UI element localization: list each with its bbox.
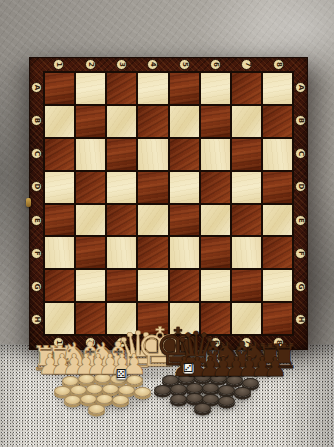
coordinate-label-text: H: [297, 317, 304, 323]
board-square-D4: [138, 172, 167, 203]
board-square-B6: [201, 106, 230, 137]
coordinate-label-right-F: F: [295, 248, 306, 259]
board-square-B7: [232, 106, 261, 137]
coordinate-label-left-D: D: [31, 181, 42, 192]
board-square-D1: [45, 172, 74, 203]
board-square-H8: [263, 303, 292, 334]
board-square-E1: [45, 205, 74, 236]
board-square-C2: [76, 139, 105, 170]
coordinate-label-left-A: A: [31, 82, 42, 93]
board-square-F2: [76, 237, 105, 268]
coordinate-label-top-5: 5: [179, 59, 190, 70]
board-square-B3: [107, 106, 136, 137]
board-square-D2: [76, 172, 105, 203]
dark-checker-disc: [218, 385, 235, 395]
board-square-G4: [138, 270, 167, 301]
board-square-C6: [201, 139, 230, 170]
board-square-D3: [107, 172, 136, 203]
coordinate-label-text: 3: [118, 62, 125, 67]
light-checker-disc: [134, 387, 151, 397]
scene: 1122334455667788AABBCCDDEEFFGGHH ♜♜♞♝♞♝♛…: [0, 0, 334, 447]
board-square-C1: [45, 139, 74, 170]
hinge: [26, 198, 31, 207]
coordinate-label-text: D: [33, 184, 40, 190]
coordinate-label-text: 1: [55, 62, 62, 67]
board-square-A1: [45, 73, 74, 104]
board-square-E8: [263, 205, 292, 236]
coordinate-label-right-G: G: [295, 281, 306, 292]
board-square-E4: [138, 205, 167, 236]
board-square-B4: [138, 106, 167, 137]
light-checker-disc: [80, 394, 97, 404]
light-checker-disc: [102, 384, 119, 394]
board-square-G2: [76, 270, 105, 301]
coordinate-label-left-C: C: [31, 148, 42, 159]
board-square-D8: [263, 172, 292, 203]
board-square-F7: [232, 237, 261, 268]
coordinate-label-text: B: [33, 118, 40, 123]
board-square-B8: [263, 106, 292, 137]
dark-checker-disc: [170, 384, 187, 394]
coordinate-label-text: 5: [181, 62, 188, 67]
dark-checker-disc: [218, 396, 235, 406]
light-checker-disc: [86, 384, 103, 394]
coordinate-label-text: G: [33, 283, 40, 289]
coordinate-label-top-4: 4: [147, 59, 158, 70]
board-square-A6: [201, 73, 230, 104]
light-checker-disc: [64, 395, 81, 405]
board-square-E6: [201, 205, 230, 236]
coordinate-label-top-1: 1: [53, 59, 64, 70]
board-square-H7: [232, 303, 261, 334]
light-checker-disc: [112, 395, 129, 405]
coordinate-label-text: F: [297, 251, 304, 256]
coordinate-label-text: 8: [275, 62, 282, 67]
dark-checker-disc: [170, 394, 187, 404]
coordinate-label-text: B: [297, 118, 304, 123]
coordinate-label-left-F: F: [31, 248, 42, 259]
board-square-C5: [170, 139, 199, 170]
board-square-A3: [107, 73, 136, 104]
board-square-D7: [232, 172, 261, 203]
coordinate-label-left-B: B: [31, 115, 42, 126]
coordinate-label-text: G: [297, 283, 304, 289]
die: ⚂: [183, 363, 194, 374]
board-square-G8: [263, 270, 292, 301]
dark-checker-disc: [194, 403, 211, 413]
board-square-E7: [232, 205, 261, 236]
coordinate-label-text: 7: [243, 62, 250, 67]
chess-board: 1122334455667788AABBCCDDEEFFGGHH: [29, 57, 308, 350]
coordinate-label-text: E: [297, 218, 304, 223]
coordinate-label-text: A: [33, 85, 40, 90]
board-square-A4: [138, 73, 167, 104]
board-square-G3: [107, 270, 136, 301]
light-checker-disc: [96, 394, 113, 404]
board-square-B5: [170, 106, 199, 137]
coordinate-label-text: E: [33, 218, 40, 223]
coordinate-label-right-H: H: [295, 314, 306, 325]
coordinate-label-top-7: 7: [241, 59, 252, 70]
board-square-G5: [170, 270, 199, 301]
coordinate-label-top-3: 3: [116, 59, 127, 70]
board-square-H1: [45, 303, 74, 334]
board-square-D6: [201, 172, 230, 203]
coordinate-label-right-B: B: [295, 115, 306, 126]
board-square-F6: [201, 237, 230, 268]
die: ⚄: [116, 369, 127, 380]
board-square-A7: [232, 73, 261, 104]
board-square-D5: [170, 172, 199, 203]
coordinate-label-text: C: [33, 151, 40, 156]
dark-checker-disc: [186, 383, 203, 393]
board-square-G6: [201, 270, 230, 301]
board-square-B1: [45, 106, 74, 137]
coordinate-label-text: F: [33, 251, 40, 256]
light-checker-disc: [88, 404, 105, 414]
board-grid: [43, 71, 294, 336]
board-square-F4: [138, 237, 167, 268]
coordinate-label-text: C: [297, 151, 304, 156]
board-square-C8: [263, 139, 292, 170]
board-square-A5: [170, 73, 199, 104]
dark-checker-disc: [234, 387, 251, 397]
coordinate-label-right-A: A: [295, 82, 306, 93]
board-square-F8: [263, 237, 292, 268]
coordinate-label-top-2: 2: [85, 59, 96, 70]
coordinate-label-text: D: [297, 184, 304, 190]
coordinate-label-right-C: C: [295, 148, 306, 159]
light-checker-disc: [118, 385, 135, 395]
coordinate-label-text: 4: [149, 62, 156, 67]
coordinate-label-left-H: H: [31, 314, 42, 325]
coordinate-label-right-D: D: [295, 181, 306, 192]
board-square-E5: [170, 205, 199, 236]
board-square-C4: [138, 139, 167, 170]
board-square-F5: [170, 237, 199, 268]
dark-checker-disc: [202, 383, 219, 393]
board-square-H2: [76, 303, 105, 334]
board-square-G1: [45, 270, 74, 301]
board-square-C3: [107, 139, 136, 170]
dark-checker-disc: [186, 393, 203, 403]
coordinate-label-text: 2: [87, 62, 94, 67]
coordinate-label-top-6: 6: [210, 59, 221, 70]
coordinate-label-text: 6: [212, 62, 219, 67]
black-pawn: ♟: [263, 353, 287, 380]
dark-checker-disc: [154, 385, 171, 395]
coordinate-label-text: H: [33, 317, 40, 323]
coordinate-label-top-8: 8: [273, 59, 284, 70]
coordinate-label-text: A: [297, 85, 304, 90]
board-square-E3: [107, 205, 136, 236]
board-square-A8: [263, 73, 292, 104]
coordinate-label-right-E: E: [295, 215, 306, 226]
coordinate-label-left-G: G: [31, 281, 42, 292]
board-square-B2: [76, 106, 105, 137]
board-square-F1: [45, 237, 74, 268]
board-square-A2: [76, 73, 105, 104]
board-square-E2: [76, 205, 105, 236]
die-face: ⚄: [116, 368, 126, 380]
die-face: ⚂: [183, 362, 193, 374]
board-square-G7: [232, 270, 261, 301]
board-square-C7: [232, 139, 261, 170]
coordinate-label-left-E: E: [31, 215, 42, 226]
board-square-F3: [107, 237, 136, 268]
